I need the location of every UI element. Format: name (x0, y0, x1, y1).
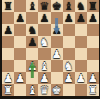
piece-white-pawn[interactable]: ♟ (76, 72, 86, 83)
square-f1[interactable] (63, 84, 75, 96)
square-f3[interactable]: ♞ (63, 60, 75, 72)
square-d6[interactable] (38, 24, 50, 36)
square-b2[interactable]: ♟ (14, 72, 26, 84)
square-f7[interactable]: ♟ (63, 12, 75, 24)
piece-white-knight[interactable]: ♞ (40, 36, 50, 47)
square-a4[interactable] (2, 48, 14, 60)
piece-white-pawn[interactable]: ♟ (3, 72, 13, 83)
square-a5[interactable] (2, 36, 14, 48)
square-e5[interactable] (51, 36, 63, 48)
square-c7[interactable] (26, 12, 38, 24)
square-a1[interactable]: ♜ (2, 84, 14, 96)
piece-black-queen[interactable]: ♛ (40, 0, 50, 11)
square-b5[interactable] (14, 36, 26, 48)
square-a2[interactable]: ♟ (2, 72, 14, 84)
piece-white-pawn[interactable]: ♟ (40, 72, 50, 83)
piece-white-bishop[interactable]: ♝ (27, 84, 37, 95)
piece-black-pawn[interactable]: ♟ (76, 12, 86, 23)
square-g3[interactable] (75, 60, 87, 72)
screenshot-canvas: ♜♝♛♚♝♞♜♟♟♟♟♟♟♞♟♟♞♟♟♝♞♟♟♟♟♟♟♜♝♛♚♜ (0, 0, 100, 99)
piece-white-queen[interactable]: ♛ (40, 84, 50, 95)
square-d2[interactable]: ♟ (38, 72, 50, 84)
square-h1[interactable]: ♜ (87, 84, 99, 96)
square-g5[interactable] (75, 36, 87, 48)
square-c2[interactable] (26, 72, 38, 84)
square-h8[interactable]: ♜ (87, 0, 99, 12)
square-e8[interactable]: ♚ (51, 0, 63, 12)
square-h7[interactable]: ♟ (87, 12, 99, 24)
piece-white-rook[interactable]: ♜ (3, 84, 13, 95)
square-c3[interactable]: ♟ (26, 60, 38, 72)
piece-black-rook[interactable]: ♜ (88, 0, 98, 11)
square-a6[interactable]: ♟ (2, 24, 14, 36)
square-f5[interactable] (63, 36, 75, 48)
square-e4[interactable]: ♟ (51, 48, 63, 60)
square-g1[interactable] (75, 84, 87, 96)
square-h4[interactable] (87, 48, 99, 60)
piece-black-pawn[interactable]: ♟ (88, 12, 98, 23)
piece-black-pawn[interactable]: ♟ (52, 24, 62, 35)
piece-black-king[interactable]: ♚ (52, 0, 62, 11)
square-d7[interactable]: ♟ (38, 12, 50, 24)
square-h6[interactable] (87, 24, 99, 36)
square-f8[interactable]: ♝ (63, 0, 75, 12)
square-g2[interactable]: ♟ (75, 72, 87, 84)
piece-black-pawn[interactable]: ♟ (15, 12, 25, 23)
piece-white-pawn[interactable]: ♟ (88, 72, 98, 83)
square-b6[interactable] (14, 24, 26, 36)
piece-white-king[interactable]: ♚ (52, 84, 62, 95)
piece-white-rook[interactable]: ♜ (88, 84, 98, 95)
piece-white-knight[interactable]: ♞ (64, 60, 74, 71)
square-b8[interactable] (14, 0, 26, 12)
square-f4[interactable] (63, 48, 75, 60)
piece-black-knight[interactable]: ♞ (27, 24, 37, 35)
square-a8[interactable]: ♜ (2, 0, 14, 12)
square-f6[interactable] (63, 24, 75, 36)
piece-black-pawn[interactable]: ♟ (3, 24, 13, 35)
square-g8[interactable]: ♞ (75, 0, 87, 12)
square-d3[interactable]: ♝ (38, 60, 50, 72)
piece-black-knight[interactable]: ♞ (76, 0, 86, 11)
square-h2[interactable]: ♟ (87, 72, 99, 84)
piece-white-pawn[interactable]: ♟ (15, 72, 25, 83)
square-h3[interactable] (87, 60, 99, 72)
square-b4[interactable] (14, 48, 26, 60)
chess-board: ♜♝♛♚♝♞♜♟♟♟♟♟♟♞♟♟♞♟♟♝♞♟♟♟♟♟♟♜♝♛♚♜ (2, 0, 99, 96)
piece-white-pawn[interactable]: ♟ (27, 60, 37, 71)
square-g4[interactable] (75, 48, 87, 60)
square-c5[interactable]: ♟ (26, 36, 38, 48)
square-c8[interactable]: ♝ (26, 0, 38, 12)
piece-black-pawn[interactable]: ♟ (40, 12, 50, 23)
piece-black-bishop[interactable]: ♝ (27, 0, 37, 11)
square-e2[interactable] (51, 72, 63, 84)
square-g6[interactable] (75, 24, 87, 36)
piece-black-rook[interactable]: ♜ (3, 0, 13, 11)
square-a3[interactable] (2, 60, 14, 72)
square-f2[interactable]: ♟ (63, 72, 75, 84)
square-c6[interactable]: ♞ (26, 24, 38, 36)
piece-black-bishop[interactable]: ♝ (64, 0, 74, 11)
square-h5[interactable] (87, 36, 99, 48)
square-e3[interactable] (51, 60, 63, 72)
square-d1[interactable]: ♛ (38, 84, 50, 96)
piece-white-pawn[interactable]: ♟ (64, 72, 74, 83)
square-d4[interactable] (38, 48, 50, 60)
piece-black-pawn[interactable]: ♟ (27, 36, 37, 47)
square-a7[interactable] (2, 12, 14, 24)
piece-black-pawn[interactable]: ♟ (64, 12, 74, 23)
square-e1[interactable]: ♚ (51, 84, 63, 96)
square-b1[interactable] (14, 84, 26, 96)
square-c1[interactable]: ♝ (26, 84, 38, 96)
piece-white-bishop[interactable]: ♝ (40, 60, 50, 71)
square-e7[interactable] (51, 12, 63, 24)
square-d5[interactable]: ♞ (38, 36, 50, 48)
square-b7[interactable]: ♟ (14, 12, 26, 24)
square-b3[interactable] (14, 60, 26, 72)
square-c4[interactable] (26, 48, 38, 60)
square-e6[interactable]: ♟ (51, 24, 63, 36)
square-d8[interactable]: ♛ (38, 0, 50, 12)
square-g7[interactable]: ♟ (75, 12, 87, 24)
piece-white-pawn[interactable]: ♟ (52, 48, 62, 59)
